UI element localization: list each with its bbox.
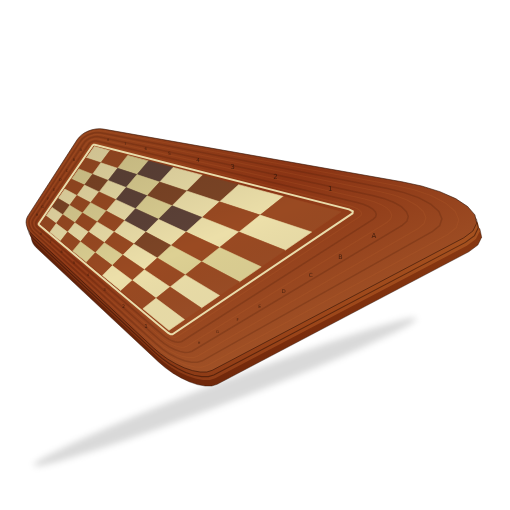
coord-mark-bottom-4: 4: [87, 273, 89, 277]
coord-mark-top-5: 5: [168, 151, 171, 156]
coord-mark-bottom-6: 6: [61, 250, 63, 254]
coord-mark-left-E: E: [53, 188, 55, 192]
coord-mark-right-A: A: [372, 232, 377, 240]
coord-mark-bottom-5: 5: [73, 261, 75, 265]
product-photo-scene: 8877665544332211AABBCCDDEEFFGGHH: [0, 0, 510, 510]
coord-mark-right-B: B: [338, 253, 342, 260]
coord-mark-right-D: D: [282, 288, 286, 294]
coord-mark-left-G: G: [41, 205, 44, 209]
coord-mark-bottom-8: 8: [40, 232, 42, 236]
coord-mark-bottom-2: 2: [122, 304, 125, 309]
chess-board: 8877665544332211AABBCCDDEEFFGGHH: [0, 0, 510, 510]
coord-mark-top-3: 3: [230, 163, 234, 171]
coord-mark-top-4: 4: [196, 157, 200, 163]
coord-mark-top-2: 2: [273, 173, 277, 181]
coord-mark-right-C: C: [309, 272, 313, 278]
coord-mark-right-H: H: [198, 341, 201, 345]
coord-mark-bottom-1: 1: [144, 323, 148, 329]
coord-mark-bottom-3: 3: [103, 287, 106, 292]
coord-mark-left-F: F: [47, 197, 49, 201]
coord-mark-right-G: G: [216, 329, 219, 334]
coord-mark-bottom-7: 7: [50, 240, 52, 244]
coord-mark-top-8: 8: [107, 138, 109, 142]
coord-mark-right-E: E: [258, 304, 261, 309]
coord-mark-left-H: H: [36, 213, 39, 217]
coord-mark-top-7: 7: [124, 142, 126, 146]
coord-mark-top-1: 1: [328, 185, 332, 193]
coord-mark-left-D: D: [59, 178, 62, 182]
